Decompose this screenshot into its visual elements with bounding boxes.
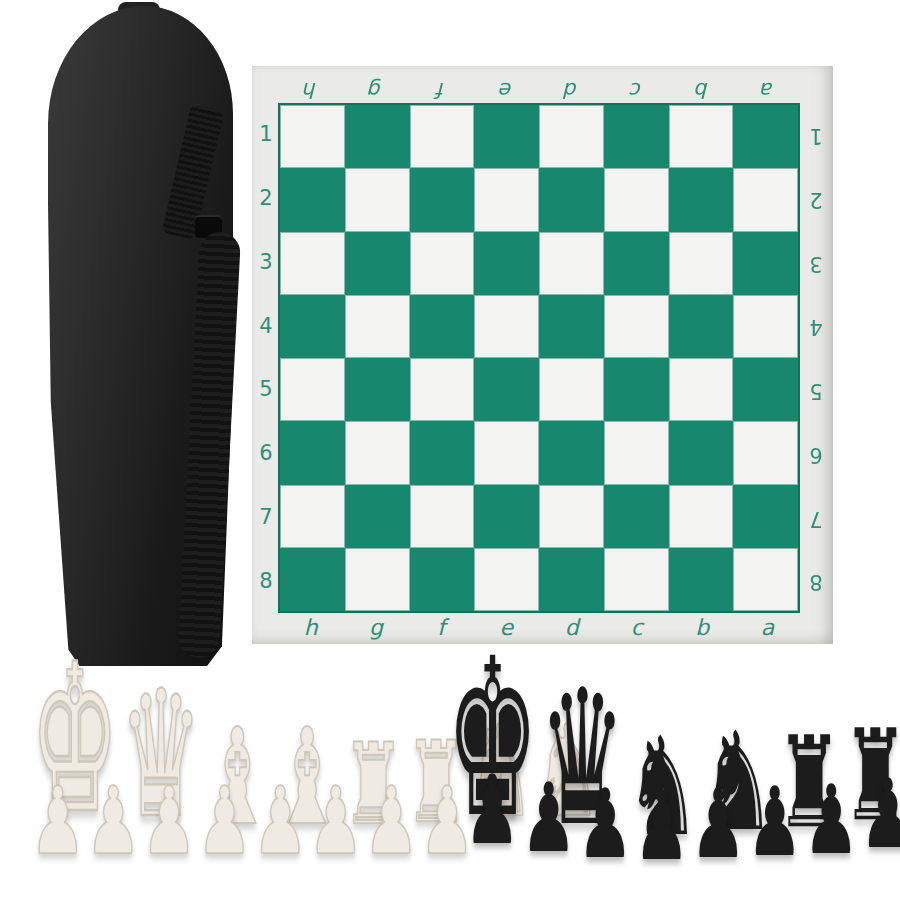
square-c3 bbox=[604, 232, 669, 295]
square-c8 bbox=[604, 548, 669, 611]
square-b6 bbox=[669, 421, 734, 484]
square-c2 bbox=[604, 168, 669, 231]
square-f5 bbox=[410, 358, 475, 421]
square-g7 bbox=[345, 485, 410, 548]
rank-label-left: 4 bbox=[254, 294, 278, 358]
white-pawn-3: ♟ bbox=[141, 775, 197, 868]
square-g4 bbox=[345, 295, 410, 358]
rank-label-left: 1 bbox=[254, 103, 278, 167]
square-h4 bbox=[280, 295, 345, 358]
square-f8 bbox=[410, 548, 475, 611]
square-b8 bbox=[669, 548, 734, 611]
square-b5 bbox=[669, 358, 734, 421]
files-top: hgfedcba bbox=[278, 74, 800, 100]
square-d8 bbox=[539, 548, 604, 611]
square-a7 bbox=[733, 485, 798, 548]
square-c7 bbox=[604, 485, 669, 548]
square-g2 bbox=[345, 168, 410, 231]
file-label-top: c bbox=[604, 74, 669, 100]
black-pawn-3: ♟ bbox=[577, 776, 633, 872]
black-pawn-2: ♟ bbox=[520, 770, 576, 866]
file-label-top: b bbox=[670, 74, 735, 100]
square-h5 bbox=[280, 358, 345, 421]
black-pawn-8: ♟ bbox=[859, 766, 900, 862]
chess-board-grid bbox=[278, 103, 800, 613]
square-a5 bbox=[733, 358, 798, 421]
rank-label-right: 3 bbox=[802, 231, 830, 295]
square-d7 bbox=[539, 485, 604, 548]
square-d6 bbox=[539, 421, 604, 484]
square-e5 bbox=[474, 358, 539, 421]
square-c4 bbox=[604, 295, 669, 358]
square-g5 bbox=[345, 358, 410, 421]
white-pawn-row: ♟♟♟♟♟♟♟♟ bbox=[30, 798, 428, 868]
square-b7 bbox=[669, 485, 734, 548]
white-pieces-set: ♚♛♝♝♜♜♞♞ ♟♟♟♟♟♟♟♟ bbox=[30, 683, 428, 868]
file-label-bottom: c bbox=[604, 617, 669, 643]
file-label-top: d bbox=[539, 74, 604, 100]
square-e1 bbox=[474, 105, 539, 168]
white-pawn-2: ♟ bbox=[86, 775, 142, 868]
square-f4 bbox=[410, 295, 475, 358]
file-label-top: h bbox=[278, 74, 343, 100]
square-a1 bbox=[733, 105, 798, 168]
square-a8 bbox=[733, 548, 798, 611]
square-a6 bbox=[733, 421, 798, 484]
square-h3 bbox=[280, 232, 345, 295]
square-e4 bbox=[474, 295, 539, 358]
square-h1 bbox=[280, 105, 345, 168]
square-f2 bbox=[410, 168, 475, 231]
square-c6 bbox=[604, 421, 669, 484]
rank-label-left: 6 bbox=[254, 422, 278, 486]
black-pieces-set: ♚♛♞♞♜♜♝♝ ♟♟♟♟♟♟♟♟ bbox=[446, 676, 861, 872]
square-d4 bbox=[539, 295, 604, 358]
black-pawn-1: ♟ bbox=[464, 762, 520, 858]
square-f1 bbox=[410, 105, 475, 168]
rank-label-right: 2 bbox=[802, 167, 830, 231]
square-h7 bbox=[280, 485, 345, 548]
white-pawn-7: ♟ bbox=[364, 775, 420, 868]
square-g6 bbox=[345, 421, 410, 484]
square-e8 bbox=[474, 548, 539, 611]
square-f7 bbox=[410, 485, 475, 548]
file-label-bottom: d bbox=[539, 617, 604, 643]
square-g1 bbox=[345, 105, 410, 168]
square-c5 bbox=[604, 358, 669, 421]
square-b3 bbox=[669, 232, 734, 295]
ranks-left: 12345678 bbox=[254, 103, 278, 613]
file-label-top: a bbox=[735, 74, 800, 100]
square-a3 bbox=[733, 232, 798, 295]
rank-label-right: 4 bbox=[802, 294, 830, 358]
rank-label-left: 7 bbox=[254, 486, 278, 550]
square-g8 bbox=[345, 548, 410, 611]
file-label-bottom: h bbox=[278, 617, 343, 643]
square-b2 bbox=[669, 168, 734, 231]
file-label-bottom: g bbox=[343, 617, 408, 643]
square-g3 bbox=[345, 232, 410, 295]
ranks-right: 12345678 bbox=[802, 103, 830, 613]
file-label-top: f bbox=[409, 74, 474, 100]
file-label-top: e bbox=[474, 74, 539, 100]
chessboard-sheet: hgfedcba 12345678 12345678 hgfedcba bbox=[252, 66, 833, 644]
white-pawn-6: ♟ bbox=[308, 775, 364, 868]
white-pawn-5: ♟ bbox=[252, 775, 308, 868]
white-pawn-1: ♟ bbox=[30, 775, 86, 868]
black-pawn-5: ♟ bbox=[690, 776, 746, 872]
rank-label-right: 1 bbox=[802, 103, 830, 167]
rank-label-left: 8 bbox=[254, 549, 278, 613]
square-e6 bbox=[474, 421, 539, 484]
black-pawn-row: ♟♟♟♟♟♟♟♟ bbox=[446, 802, 861, 872]
square-f3 bbox=[410, 232, 475, 295]
rank-label-right: 6 bbox=[802, 422, 830, 486]
square-f6 bbox=[410, 421, 475, 484]
rank-label-left: 2 bbox=[254, 167, 278, 231]
square-d1 bbox=[539, 105, 604, 168]
square-e3 bbox=[474, 232, 539, 295]
black-pawn-4: ♟ bbox=[633, 778, 689, 874]
product-photo: hgfedcba 12345678 12345678 hgfedcba ♚♛♝♝… bbox=[0, 0, 900, 900]
square-d3 bbox=[539, 232, 604, 295]
rank-label-left: 5 bbox=[254, 358, 278, 422]
square-h6 bbox=[280, 421, 345, 484]
file-label-bottom: a bbox=[735, 617, 800, 643]
square-h2 bbox=[280, 168, 345, 231]
rank-label-right: 5 bbox=[802, 358, 830, 422]
square-d5 bbox=[539, 358, 604, 421]
square-e2 bbox=[474, 168, 539, 231]
file-label-bottom: b bbox=[670, 617, 735, 643]
square-a4 bbox=[733, 295, 798, 358]
square-a2 bbox=[733, 168, 798, 231]
black-pawn-7: ♟ bbox=[803, 772, 859, 868]
black-pawn-6: ♟ bbox=[746, 774, 802, 870]
square-c1 bbox=[604, 105, 669, 168]
rank-label-right: 7 bbox=[802, 486, 830, 550]
rank-label-left: 3 bbox=[254, 231, 278, 295]
square-b4 bbox=[669, 295, 734, 358]
square-b1 bbox=[669, 105, 734, 168]
file-label-top: g bbox=[343, 74, 408, 100]
white-pawn-4: ♟ bbox=[197, 775, 253, 868]
square-d2 bbox=[539, 168, 604, 231]
rank-label-right: 8 bbox=[802, 549, 830, 613]
square-h8 bbox=[280, 548, 345, 611]
square-e7 bbox=[474, 485, 539, 548]
